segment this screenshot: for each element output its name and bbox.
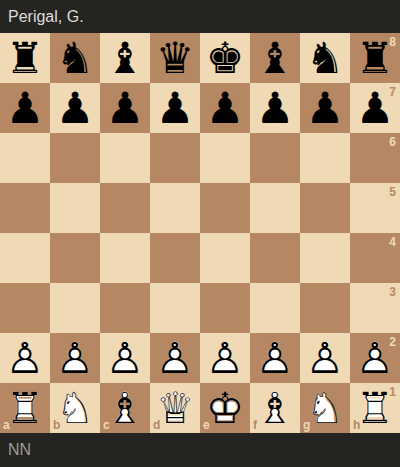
piece-black-pawn: ♟ [300, 83, 350, 133]
square-e7[interactable]: ♟ [200, 83, 250, 133]
square-a2[interactable]: ♟♙ [0, 333, 50, 383]
piece-black-knight: ♞ [50, 33, 100, 83]
piece-glyph-fill: ♟ [300, 83, 350, 133]
piece-glyph-outline: ♙ [50, 333, 100, 383]
piece-glyph-fill: ♟ [0, 333, 50, 383]
coord-file-d: d [153, 419, 160, 431]
square-b4[interactable] [50, 233, 100, 283]
coord-rank-7: 7 [389, 86, 396, 98]
piece-black-pawn: ♟ [250, 83, 300, 133]
square-b2[interactable]: ♟♙ [50, 333, 100, 383]
square-g8[interactable]: ♞ [300, 33, 350, 83]
square-d7[interactable]: ♟ [150, 83, 200, 133]
piece-black-pawn: ♟ [150, 83, 200, 133]
coord-rank-1: 1 [389, 386, 396, 398]
square-b6[interactable] [50, 133, 100, 183]
square-g5[interactable] [300, 183, 350, 233]
piece-glyph-fill: ♞ [300, 33, 350, 83]
piece-glyph-outline: ♙ [200, 333, 250, 383]
square-b1[interactable]: ♞♘b [50, 383, 100, 433]
square-d6[interactable] [150, 133, 200, 183]
square-c7[interactable]: ♟ [100, 83, 150, 133]
piece-black-queen: ♛ [150, 33, 200, 83]
square-h8[interactable]: ♜8 [350, 33, 400, 83]
piece-glyph-fill: ♝ [100, 33, 150, 83]
piece-glyph-fill: ♟ [50, 333, 100, 383]
square-g6[interactable] [300, 133, 350, 183]
piece-glyph-fill: ♟ [250, 83, 300, 133]
piece-glyph-fill: ♞ [50, 33, 100, 83]
piece-glyph-fill: ♟ [200, 83, 250, 133]
piece-black-rook: ♜ [0, 33, 50, 83]
piece-black-bishop: ♝ [250, 33, 300, 83]
piece-black-pawn: ♟ [100, 83, 150, 133]
square-f2[interactable]: ♟♙ [250, 333, 300, 383]
square-b7[interactable]: ♟ [50, 83, 100, 133]
square-g2[interactable]: ♟♙ [300, 333, 350, 383]
piece-glyph-fill: ♝ [250, 383, 300, 433]
coord-rank-2: 2 [389, 336, 396, 348]
piece-glyph-fill: ♚ [200, 33, 250, 83]
coord-file-g: g [303, 419, 310, 431]
piece-glyph-outline: ♙ [250, 333, 300, 383]
square-f6[interactable] [250, 133, 300, 183]
square-c6[interactable] [100, 133, 150, 183]
square-a8[interactable]: ♜ [0, 33, 50, 83]
square-b3[interactable] [50, 283, 100, 333]
square-h3[interactable]: 3 [350, 283, 400, 333]
piece-white-pawn: ♟♙ [250, 333, 300, 383]
piece-glyph-outline: ♙ [0, 333, 50, 383]
piece-glyph-fill: ♟ [50, 83, 100, 133]
square-e2[interactable]: ♟♙ [200, 333, 250, 383]
piece-glyph-fill: ♟ [100, 333, 150, 383]
square-f1[interactable]: ♝♗f [250, 383, 300, 433]
piece-black-pawn: ♟ [50, 83, 100, 133]
piece-glyph-fill: ♟ [100, 83, 150, 133]
square-b8[interactable]: ♞ [50, 33, 100, 83]
coord-rank-4: 4 [389, 236, 396, 248]
square-d2[interactable]: ♟♙ [150, 333, 200, 383]
piece-black-pawn: ♟ [0, 83, 50, 133]
square-a5[interactable] [0, 183, 50, 233]
square-f8[interactable]: ♝ [250, 33, 300, 83]
square-e3[interactable] [200, 283, 250, 333]
square-g4[interactable] [300, 233, 350, 283]
square-a1[interactable]: ♜♖a [0, 383, 50, 433]
square-g1[interactable]: ♞♘g [300, 383, 350, 433]
white-player-name: NN [8, 441, 31, 459]
piece-glyph-fill: ♝ [250, 33, 300, 83]
square-f5[interactable] [250, 183, 300, 233]
square-h7[interactable]: ♟7 [350, 83, 400, 133]
square-f4[interactable] [250, 233, 300, 283]
piece-glyph-fill: ♛ [150, 33, 200, 83]
square-h5[interactable]: 5 [350, 183, 400, 233]
square-a7[interactable]: ♟ [0, 83, 50, 133]
piece-white-pawn: ♟♙ [300, 333, 350, 383]
piece-black-bishop: ♝ [100, 33, 150, 83]
coord-rank-6: 6 [389, 136, 396, 148]
chess-app: Perigal, G. ♜♞♝♛♚♝♞♜8♟♟♟♟♟♟♟♟76543♟♙♟♙♟♙… [0, 0, 400, 467]
coord-file-b: b [53, 419, 60, 431]
piece-white-pawn: ♟♙ [100, 333, 150, 383]
piece-white-pawn: ♟♙ [200, 333, 250, 383]
coord-file-h: h [353, 419, 360, 431]
coord-file-e: e [203, 419, 210, 431]
piece-white-pawn: ♟♙ [150, 333, 200, 383]
piece-glyph-fill: ♜ [0, 33, 50, 83]
piece-white-bishop: ♝♗ [250, 383, 300, 433]
square-d1[interactable]: ♛♕d [150, 383, 200, 433]
square-h6[interactable]: 6 [350, 133, 400, 183]
square-g3[interactable] [300, 283, 350, 333]
square-h4[interactable]: 4 [350, 233, 400, 283]
square-a6[interactable] [0, 133, 50, 183]
square-e8[interactable]: ♚ [200, 33, 250, 83]
square-f3[interactable] [250, 283, 300, 333]
piece-glyph-fill: ♟ [0, 83, 50, 133]
square-d3[interactable] [150, 283, 200, 333]
square-e1[interactable]: ♚♔e [200, 383, 250, 433]
square-e5[interactable] [200, 183, 250, 233]
piece-glyph-outline: ♙ [150, 333, 200, 383]
chess-board: ♜♞♝♛♚♝♞♜8♟♟♟♟♟♟♟♟76543♟♙♟♙♟♙♟♙♟♙♟♙♟♙♟♙2♜… [0, 33, 400, 433]
black-player-name: Perigal, G. [8, 8, 84, 26]
coord-file-f: f [253, 419, 257, 431]
square-c5[interactable] [100, 183, 150, 233]
square-c3[interactable] [100, 283, 150, 333]
piece-black-knight: ♞ [300, 33, 350, 83]
piece-glyph-outline: ♙ [300, 333, 350, 383]
piece-glyph-fill: ♟ [200, 333, 250, 383]
piece-glyph-fill: ♟ [250, 333, 300, 383]
piece-black-king: ♚ [200, 33, 250, 83]
square-e6[interactable] [200, 133, 250, 183]
piece-glyph-fill: ♟ [150, 333, 200, 383]
square-b5[interactable] [50, 183, 100, 233]
coord-rank-3: 3 [389, 286, 396, 298]
square-c4[interactable] [100, 233, 150, 283]
square-h2[interactable]: ♟♙2 [350, 333, 400, 383]
square-c2[interactable]: ♟♙ [100, 333, 150, 383]
square-a3[interactable] [0, 283, 50, 333]
square-a4[interactable] [0, 233, 50, 283]
piece-glyph-fill: ♟ [150, 83, 200, 133]
piece-glyph-outline: ♙ [100, 333, 150, 383]
piece-glyph-outline: ♗ [250, 383, 300, 433]
square-g7[interactable]: ♟ [300, 83, 350, 133]
coord-file-a: a [3, 419, 10, 431]
square-d4[interactable] [150, 233, 200, 283]
black-player-bar: Perigal, G. [0, 0, 400, 33]
piece-glyph-fill: ♟ [300, 333, 350, 383]
piece-white-pawn: ♟♙ [0, 333, 50, 383]
white-player-bar: NN [0, 433, 400, 467]
coord-rank-5: 5 [389, 186, 396, 198]
square-d5[interactable] [150, 183, 200, 233]
square-e4[interactable] [200, 233, 250, 283]
coord-file-c: c [103, 419, 110, 431]
square-h1[interactable]: ♜♖1h [350, 383, 400, 433]
square-c8[interactable]: ♝ [100, 33, 150, 83]
piece-white-pawn: ♟♙ [50, 333, 100, 383]
piece-black-pawn: ♟ [200, 83, 250, 133]
square-f7[interactable]: ♟ [250, 83, 300, 133]
square-c1[interactable]: ♝♗c [100, 383, 150, 433]
square-d8[interactable]: ♛ [150, 33, 200, 83]
coord-rank-8: 8 [389, 36, 396, 48]
